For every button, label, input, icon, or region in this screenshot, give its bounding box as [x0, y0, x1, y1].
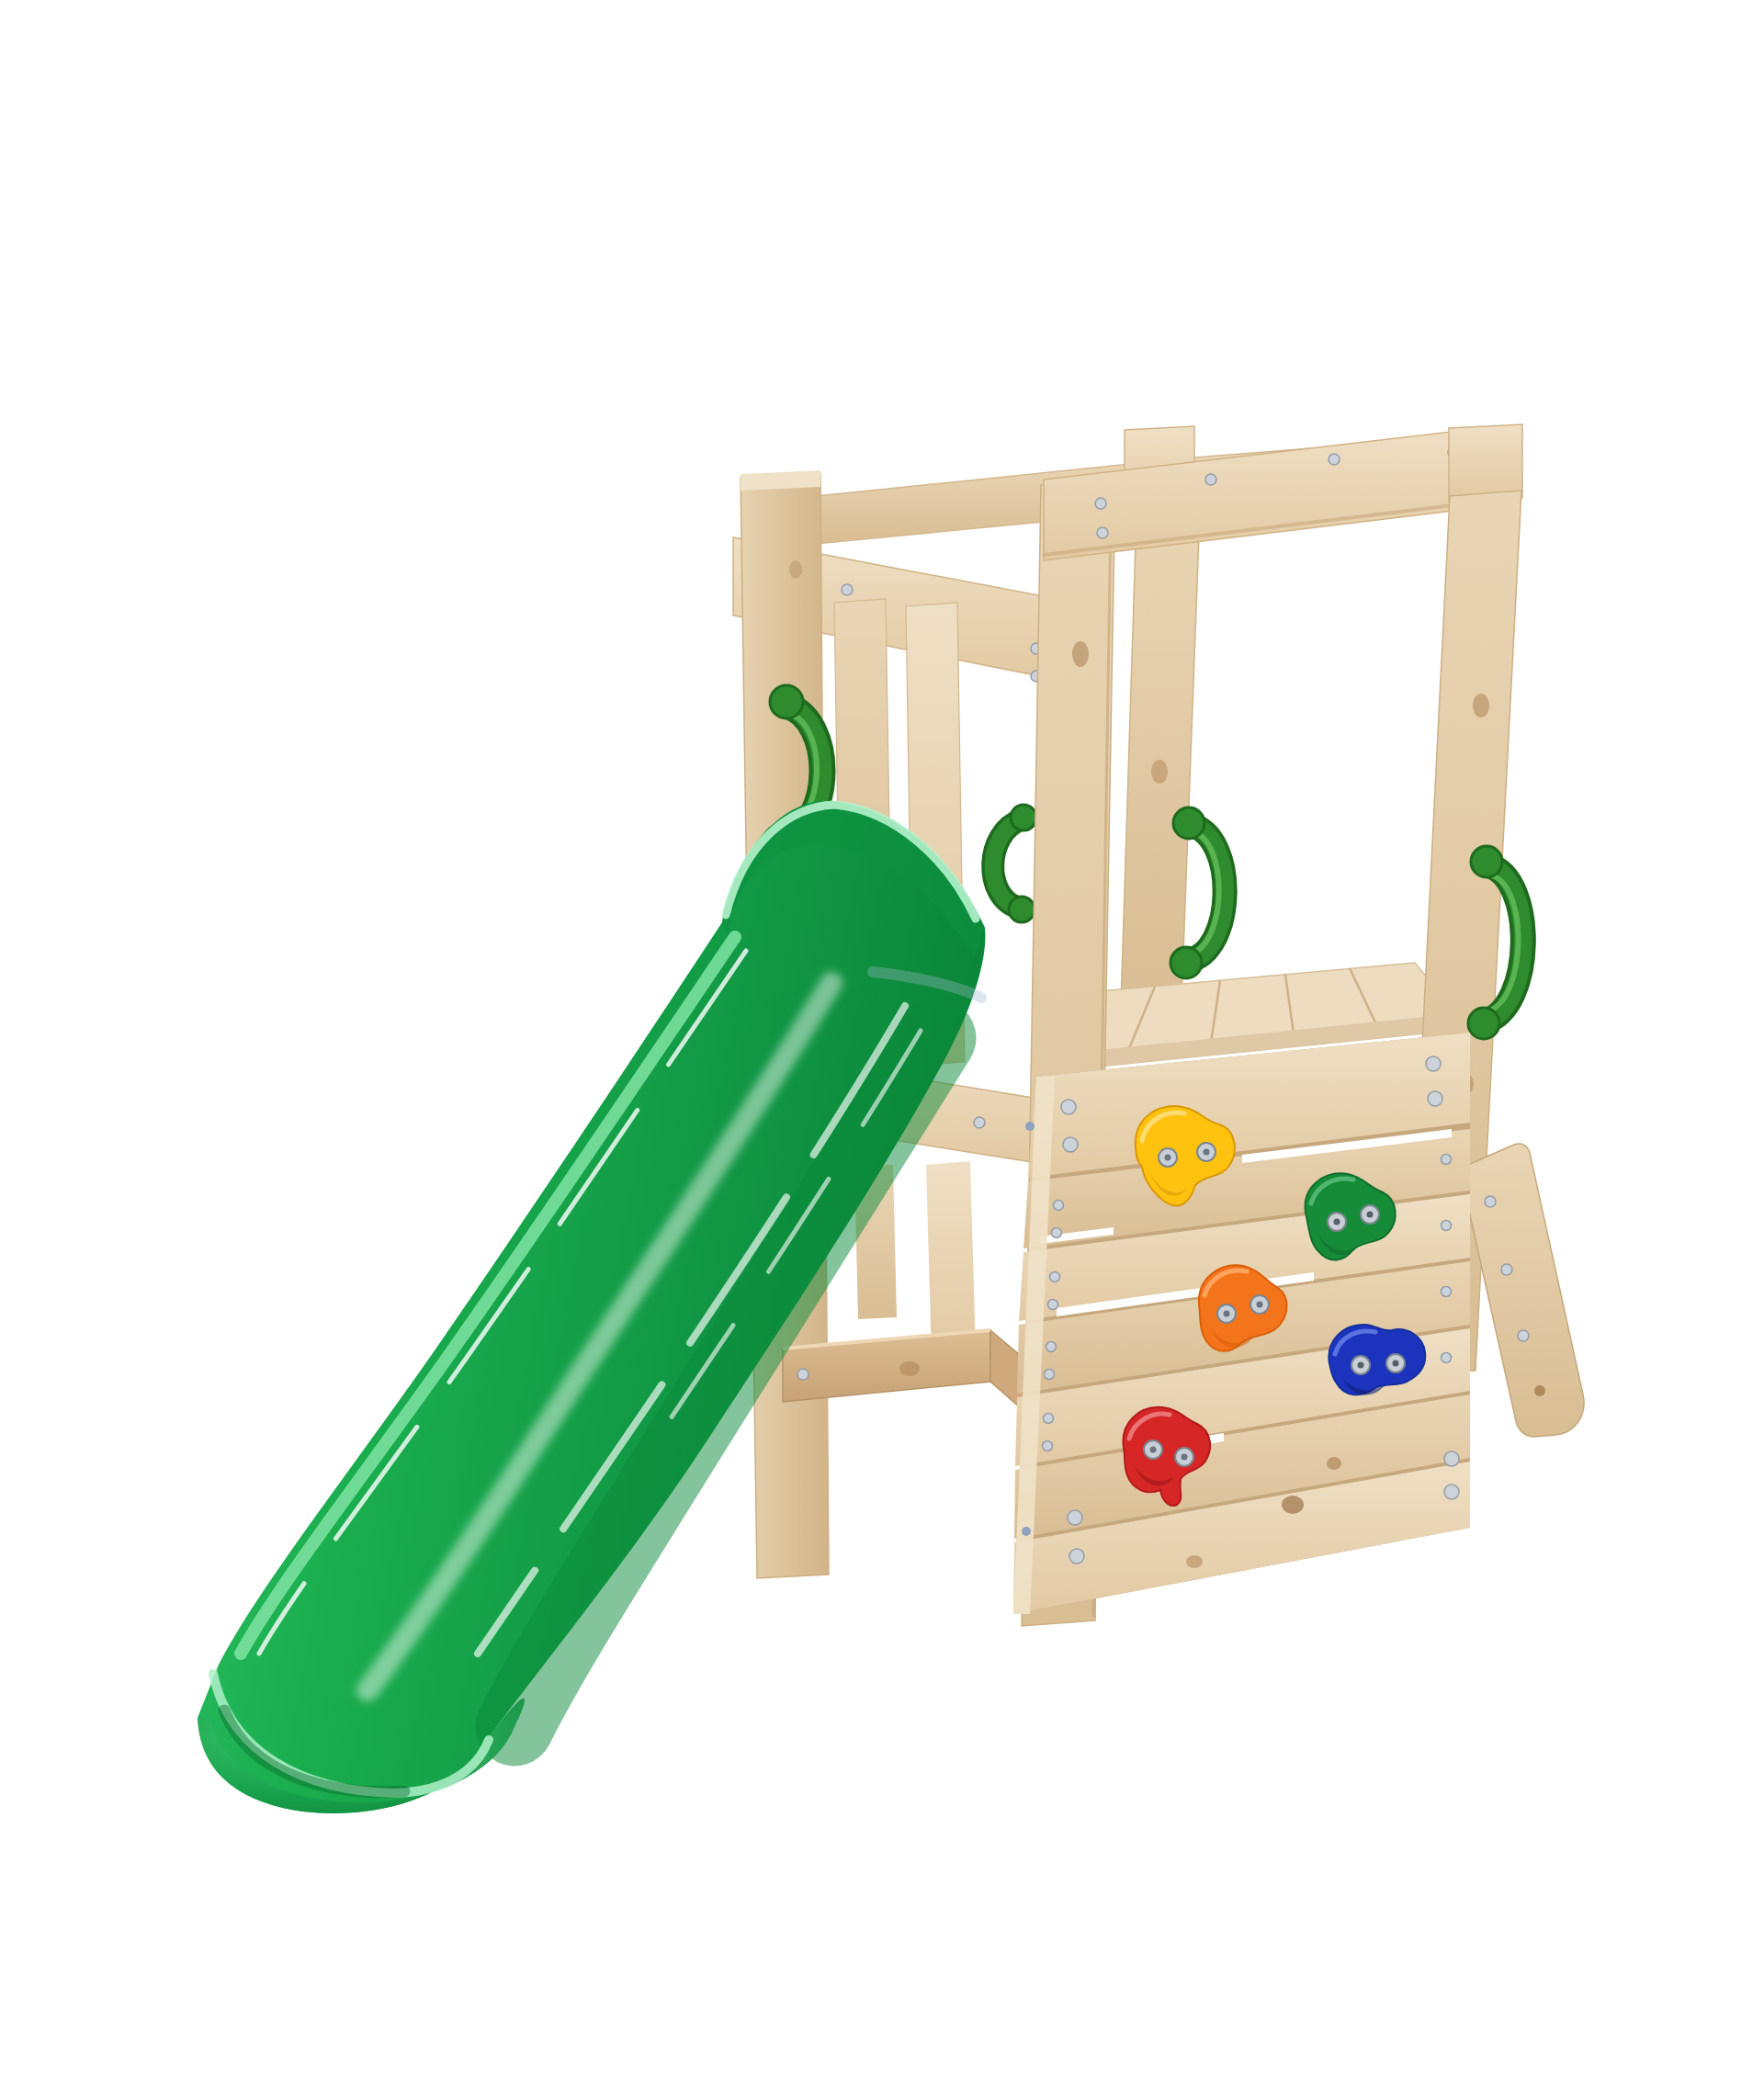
playset-illustration — [0, 0, 1764, 2100]
left-lower-slat-2 — [926, 1161, 976, 1358]
screw-center — [1204, 1149, 1210, 1156]
bracket-bolt — [1025, 1122, 1035, 1131]
wood-knot — [1186, 1555, 1203, 1568]
screw-center — [1257, 1302, 1263, 1308]
brace-hole — [1534, 1385, 1545, 1396]
wood-knot — [1072, 641, 1089, 667]
sandpit-screw — [797, 1369, 808, 1380]
screw-center — [1393, 1360, 1399, 1367]
front-right-post-top — [1449, 424, 1522, 502]
handle-boss — [770, 685, 803, 718]
handle-boss — [1471, 846, 1502, 877]
wood-knot — [789, 560, 802, 579]
handle-boss — [1011, 805, 1036, 830]
screw-center — [1367, 1212, 1374, 1218]
handle-boss — [1173, 807, 1204, 839]
handle-boss — [1468, 1008, 1499, 1039]
handle-boss — [1009, 897, 1035, 922]
product-photo-stage — [0, 0, 1764, 2100]
wood-knot — [1473, 694, 1489, 717]
screw-center — [1358, 1362, 1364, 1369]
handle-boss — [1170, 947, 1202, 978]
screw-center — [1182, 1454, 1188, 1461]
wood-knot — [1282, 1496, 1304, 1514]
screw-center — [1334, 1219, 1340, 1225]
wood-knot — [1151, 760, 1168, 784]
screw-center — [1165, 1155, 1171, 1161]
bracket-bolt — [1022, 1527, 1031, 1536]
wood-knot — [1327, 1457, 1341, 1470]
screw-center — [1224, 1311, 1230, 1317]
wood-knot — [899, 1361, 920, 1376]
screw-center — [1150, 1447, 1157, 1453]
